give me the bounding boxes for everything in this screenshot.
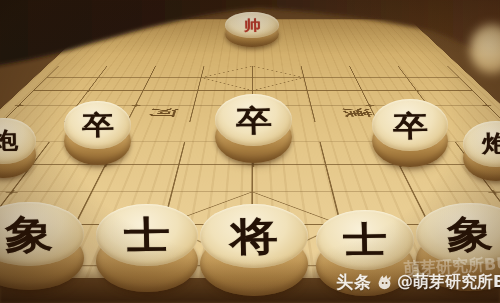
river-text-han: 漢	[337, 108, 379, 117]
piece-glyph: 炮	[0, 129, 18, 152]
watermark: 头条 @萌芽研究所BUD	[336, 271, 500, 294]
piece-glyph: 炮	[482, 132, 500, 155]
piece-face: 卒	[372, 99, 448, 151]
piece-glyph: 卒	[81, 112, 114, 139]
piece-face: 帅	[225, 12, 279, 38]
point-marker	[84, 90, 94, 92]
piece-glyph: 士	[124, 216, 171, 254]
point-marker	[365, 104, 375, 106]
piece-face: 卒	[215, 94, 292, 146]
toutiao-logo-icon	[375, 273, 394, 292]
piece-face: 士	[316, 210, 414, 270]
watermark-brand: 头条	[336, 271, 372, 294]
watermark-handle: @萌芽研究所BUD	[397, 272, 500, 293]
piece-glyph: 将	[230, 216, 279, 256]
river-text-he: 河	[143, 108, 184, 117]
piece-glyph: 帅	[243, 18, 260, 32]
piece-glyph: 卒	[235, 105, 272, 135]
point-marker	[481, 104, 492, 106]
piece-glyph: 象	[5, 214, 54, 254]
point-marker	[131, 104, 141, 106]
piece-glyph: 士	[343, 222, 388, 259]
piece-glyph: 象	[447, 215, 494, 253]
piece-face: 卒	[64, 101, 131, 149]
piece-face: 士	[96, 204, 198, 266]
piece-glyph: 卒	[392, 110, 428, 139]
piece-face: 将	[200, 204, 308, 268]
xiangqi-photo: 楚 河 漢 界 帅 炮 炮	[0, 0, 500, 303]
point-marker	[412, 90, 422, 92]
point-marker	[486, 190, 500, 195]
